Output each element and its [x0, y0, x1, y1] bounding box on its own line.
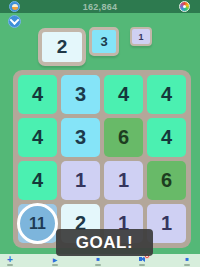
- tile-value: 4: [161, 126, 172, 149]
- tile-value: 4: [32, 169, 43, 192]
- icon-label-bar: [184, 264, 190, 266]
- tile-value: 4: [118, 83, 129, 106]
- tile-r1c3[interactable]: 4: [147, 118, 186, 157]
- tile-r2c2[interactable]: 1: [104, 161, 143, 200]
- tile-value: 3: [75, 126, 86, 149]
- tile-r1c0[interactable]: 4: [18, 118, 57, 157]
- icon-label-bar: [7, 264, 13, 266]
- tile-value: 1: [161, 212, 172, 235]
- tile-value: 4: [161, 83, 172, 106]
- goal-banner: GOAL!: [56, 229, 153, 256]
- tile-value: 4: [32, 126, 43, 149]
- tile-r2c1[interactable]: 1: [61, 161, 100, 200]
- board-grid: 43444364411611211: [13, 70, 191, 248]
- tile-r2c3[interactable]: 6: [147, 161, 186, 200]
- queue: 231: [0, 0, 200, 70]
- tile-r0c2[interactable]: 4: [104, 75, 143, 114]
- goal-banner-label: GOAL!: [76, 233, 133, 253]
- tile-r0c3[interactable]: 4: [147, 75, 186, 114]
- queue-tile-1: 3: [89, 27, 119, 56]
- play-icon[interactable]: ▶: [50, 255, 60, 263]
- stop-icon[interactable]: ■: [93, 255, 103, 263]
- plus-icon[interactable]: +: [5, 255, 15, 263]
- icon-label-bar: [139, 264, 145, 266]
- speaker-icon[interactable]: [137, 255, 147, 263]
- tile-r1c1[interactable]: 3: [61, 118, 100, 157]
- tile-value: 1: [118, 169, 129, 192]
- queue-tile-0: 2: [38, 28, 86, 66]
- tile-r3c0[interactable]: 11: [18, 204, 57, 243]
- tile-value: 11: [29, 215, 46, 233]
- tile-r1c2[interactable]: 6: [104, 118, 143, 157]
- tile-value: 6: [161, 169, 172, 192]
- tile-value: 1: [75, 169, 86, 192]
- tile-value: 4: [32, 83, 43, 106]
- icon-label-bar: [52, 264, 58, 266]
- icon-label-bar: [95, 264, 101, 266]
- tile-r0c1[interactable]: 3: [61, 75, 100, 114]
- tile-value: 3: [75, 83, 86, 106]
- window-icon[interactable]: ■: [182, 255, 192, 263]
- queue-tile-2: 1: [130, 27, 152, 46]
- tile-value: 6: [118, 126, 129, 149]
- tile-r2c0[interactable]: 4: [18, 161, 57, 200]
- tile-r0c0[interactable]: 4: [18, 75, 57, 114]
